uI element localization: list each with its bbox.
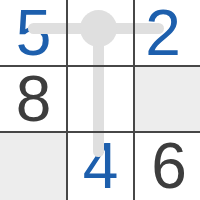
grid-line-horizontal-1 <box>0 65 200 67</box>
sudoku-board: 52846 <box>0 0 200 200</box>
node-circle-icon <box>80 10 117 47</box>
sudoku-cell-r3c1[interactable] <box>0 132 67 200</box>
grid-line-vertical-2 <box>133 0 135 200</box>
grid-line-vertical-1 <box>66 0 68 200</box>
cell-value: 6 <box>151 143 187 190</box>
cell-value: 8 <box>16 76 52 123</box>
sudoku-cell-r2c3[interactable] <box>134 66 200 132</box>
grid-line-horizontal-2 <box>0 131 200 133</box>
sudoku-cell-r2c1[interactable]: 8 <box>0 66 67 132</box>
sudoku-cell-r3c3[interactable]: 6 <box>134 132 200 200</box>
